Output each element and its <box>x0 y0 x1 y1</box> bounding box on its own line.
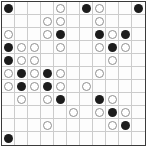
cell-r8c5[interactable] <box>54 93 67 106</box>
black-pearl-icon <box>43 82 52 91</box>
cell-r10c11[interactable] <box>132 119 145 132</box>
cell-r6c10[interactable] <box>119 67 132 80</box>
cell-r6c5[interactable] <box>54 67 67 80</box>
cell-r9c5[interactable] <box>54 106 67 119</box>
cell-r9c8[interactable] <box>93 106 106 119</box>
cell-r2c1[interactable] <box>2 15 15 28</box>
cell-r4c4[interactable] <box>41 41 54 54</box>
black-pearl-icon <box>4 43 13 52</box>
cell-r6c8[interactable] <box>93 67 106 80</box>
cell-r2c11[interactable] <box>132 15 145 28</box>
cell-r2c3[interactable] <box>28 15 41 28</box>
cell-r7c3[interactable] <box>28 80 41 93</box>
white-pearl-icon <box>43 95 52 104</box>
cell-r11c6[interactable] <box>67 132 80 145</box>
white-pearl-icon <box>17 43 26 52</box>
cell-r6c4[interactable] <box>41 67 54 80</box>
cell-r1c10[interactable] <box>119 2 132 15</box>
cell-r11c11[interactable] <box>132 132 145 145</box>
white-pearl-icon <box>121 108 130 117</box>
cell-r8c1[interactable] <box>2 93 15 106</box>
cell-r6c1[interactable] <box>2 67 15 80</box>
cell-r9c3[interactable] <box>28 106 41 119</box>
cell-r8c4[interactable] <box>41 93 54 106</box>
black-pearl-icon <box>4 134 13 143</box>
cell-r7c4[interactable] <box>41 80 54 93</box>
cell-r11c3[interactable] <box>28 132 41 145</box>
cell-r11c7[interactable] <box>80 132 93 145</box>
cell-r3c4[interactable] <box>41 28 54 41</box>
cell-r10c5[interactable] <box>54 119 67 132</box>
black-pearl-icon <box>82 4 91 13</box>
cell-r5c6[interactable] <box>67 54 80 67</box>
cell-r4c3[interactable] <box>28 41 41 54</box>
cell-r8c6[interactable] <box>67 93 80 106</box>
cell-r8c3[interactable] <box>28 93 41 106</box>
cell-r9c11[interactable] <box>132 106 145 119</box>
cell-r5c8[interactable] <box>93 54 106 67</box>
cell-r1c2[interactable] <box>15 2 28 15</box>
cell-r4c6[interactable] <box>67 41 80 54</box>
cell-r9c10[interactable] <box>119 106 132 119</box>
cell-r3c11[interactable] <box>132 28 145 41</box>
white-pearl-icon <box>69 108 78 117</box>
white-pearl-icon <box>56 17 65 26</box>
cell-r6c9[interactable] <box>106 67 119 80</box>
white-pearl-icon <box>4 69 13 78</box>
cell-r4c10[interactable] <box>119 41 132 54</box>
white-pearl-icon <box>95 43 104 52</box>
cell-r7c10[interactable] <box>119 80 132 93</box>
white-pearl-icon <box>30 82 39 91</box>
cell-r10c9[interactable] <box>106 119 119 132</box>
cell-r5c1[interactable] <box>2 54 15 67</box>
cell-r2c5[interactable] <box>54 15 67 28</box>
cell-r7c7[interactable] <box>80 80 93 93</box>
white-pearl-icon <box>30 56 39 65</box>
cell-r8c9[interactable] <box>106 93 119 106</box>
cell-r10c4[interactable] <box>41 119 54 132</box>
cell-r3c5[interactable] <box>54 28 67 41</box>
black-pearl-icon <box>56 95 65 104</box>
white-pearl-icon <box>4 30 13 39</box>
cell-r4c5[interactable] <box>54 41 67 54</box>
cell-r4c11[interactable] <box>132 41 145 54</box>
white-pearl-icon <box>108 121 117 130</box>
cell-r7c9[interactable] <box>106 80 119 93</box>
cell-r4c1[interactable] <box>2 41 15 54</box>
cell-r9c6[interactable] <box>67 106 80 119</box>
cell-r1c8[interactable] <box>93 2 106 15</box>
black-pearl-icon <box>95 95 104 104</box>
cell-r1c11[interactable] <box>132 2 145 15</box>
cell-r7c6[interactable] <box>67 80 80 93</box>
cell-r6c7[interactable] <box>80 67 93 80</box>
cell-r10c7[interactable] <box>80 119 93 132</box>
white-pearl-icon <box>108 95 117 104</box>
white-pearl-icon <box>121 43 130 52</box>
cell-r11c8[interactable] <box>93 132 106 145</box>
masyu-board <box>1 1 146 146</box>
cell-r2c4[interactable] <box>41 15 54 28</box>
cell-r2c9[interactable] <box>106 15 119 28</box>
white-pearl-icon <box>30 69 39 78</box>
black-pearl-icon <box>95 30 104 39</box>
cell-r10c10[interactable] <box>119 119 132 132</box>
cell-r5c5[interactable] <box>54 54 67 67</box>
cell-r1c4[interactable] <box>41 2 54 15</box>
cell-r5c4[interactable] <box>41 54 54 67</box>
white-pearl-icon <box>95 69 104 78</box>
white-pearl-icon <box>43 17 52 26</box>
cell-r1c1[interactable] <box>2 2 15 15</box>
cell-r4c9[interactable] <box>106 41 119 54</box>
cell-r1c7[interactable] <box>80 2 93 15</box>
cell-r1c9[interactable] <box>106 2 119 15</box>
cell-r10c2[interactable] <box>15 119 28 132</box>
white-pearl-icon <box>56 43 65 52</box>
cell-r7c11[interactable] <box>132 80 145 93</box>
black-pearl-icon <box>43 69 52 78</box>
cell-r2c8[interactable] <box>93 15 106 28</box>
black-pearl-icon <box>4 56 13 65</box>
cell-r9c2[interactable] <box>15 106 28 119</box>
black-pearl-icon <box>17 69 26 78</box>
cell-r6c2[interactable] <box>15 67 28 80</box>
cell-r3c2[interactable] <box>15 28 28 41</box>
cell-r4c2[interactable] <box>15 41 28 54</box>
cell-r3c9[interactable] <box>106 28 119 41</box>
white-pearl-icon <box>95 4 104 13</box>
white-pearl-icon <box>17 95 26 104</box>
cell-r3c6[interactable] <box>67 28 80 41</box>
black-pearl-icon <box>108 43 117 52</box>
cell-r11c10[interactable] <box>119 132 132 145</box>
cell-r10c1[interactable] <box>2 119 15 132</box>
cell-r6c3[interactable] <box>28 67 41 80</box>
cell-r5c11[interactable] <box>132 54 145 67</box>
white-pearl-icon <box>43 121 52 130</box>
cell-r11c5[interactable] <box>54 132 67 145</box>
black-pearl-icon <box>108 108 117 117</box>
cell-r2c7[interactable] <box>80 15 93 28</box>
cell-r7c8[interactable] <box>93 80 106 93</box>
white-pearl-icon <box>108 30 117 39</box>
white-pearl-icon <box>56 69 65 78</box>
cell-r3c3[interactable] <box>28 28 41 41</box>
black-pearl-icon <box>4 4 13 13</box>
cell-r11c1[interactable] <box>2 132 15 145</box>
white-pearl-icon <box>4 82 13 91</box>
cell-r9c4[interactable] <box>41 106 54 119</box>
cell-r2c2[interactable] <box>15 15 28 28</box>
cell-r10c3[interactable] <box>28 119 41 132</box>
cell-r8c8[interactable] <box>93 93 106 106</box>
cell-r10c6[interactable] <box>67 119 80 132</box>
white-pearl-icon <box>56 4 65 13</box>
cell-r5c2[interactable] <box>15 54 28 67</box>
white-pearl-icon <box>43 30 52 39</box>
white-pearl-icon <box>108 56 117 65</box>
cell-r6c6[interactable] <box>67 67 80 80</box>
cell-r9c1[interactable] <box>2 106 15 119</box>
white-pearl-icon <box>95 17 104 26</box>
black-pearl-icon <box>17 82 26 91</box>
black-pearl-icon <box>56 30 65 39</box>
cell-r8c7[interactable] <box>80 93 93 106</box>
white-pearl-icon <box>30 43 39 52</box>
cell-r11c2[interactable] <box>15 132 28 145</box>
cell-r3c1[interactable] <box>2 28 15 41</box>
white-pearl-icon <box>95 108 104 117</box>
cell-r11c9[interactable] <box>106 132 119 145</box>
cell-r5c7[interactable] <box>80 54 93 67</box>
cell-r11c4[interactable] <box>41 132 54 145</box>
cell-r10c8[interactable] <box>93 119 106 132</box>
cell-r9c7[interactable] <box>80 106 93 119</box>
cell-r4c7[interactable] <box>80 41 93 54</box>
black-pearl-icon <box>121 121 130 130</box>
white-pearl-icon <box>17 56 26 65</box>
cell-r2c6[interactable] <box>67 15 80 28</box>
cell-r8c11[interactable] <box>132 93 145 106</box>
cell-r8c10[interactable] <box>119 93 132 106</box>
black-pearl-icon <box>134 4 143 13</box>
cell-r6c11[interactable] <box>132 67 145 80</box>
cell-r7c1[interactable] <box>2 80 15 93</box>
cell-r3c10[interactable] <box>119 28 132 41</box>
cell-r5c10[interactable] <box>119 54 132 67</box>
cell-r7c2[interactable] <box>15 80 28 93</box>
white-pearl-icon <box>82 82 91 91</box>
cell-r5c3[interactable] <box>28 54 41 67</box>
cell-r7c5[interactable] <box>54 80 67 93</box>
cell-r4c8[interactable] <box>93 41 106 54</box>
cell-r2c10[interactable] <box>119 15 132 28</box>
black-pearl-icon <box>121 30 130 39</box>
cell-r3c8[interactable] <box>93 28 106 41</box>
cell-r1c3[interactable] <box>28 2 41 15</box>
white-pearl-icon <box>56 82 65 91</box>
cell-r5c9[interactable] <box>106 54 119 67</box>
cell-r1c6[interactable] <box>67 2 80 15</box>
cell-r8c2[interactable] <box>15 93 28 106</box>
cell-r3c7[interactable] <box>80 28 93 41</box>
cell-r9c9[interactable] <box>106 106 119 119</box>
cell-r1c5[interactable] <box>54 2 67 15</box>
